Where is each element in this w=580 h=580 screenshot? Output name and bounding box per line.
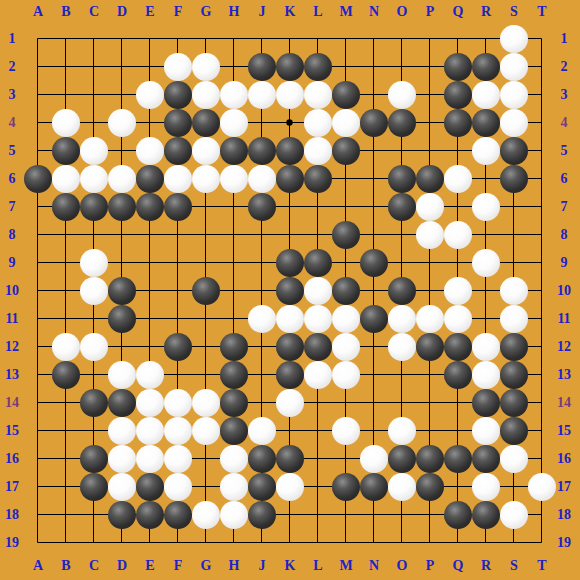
stone-white-M4[interactable] bbox=[332, 109, 360, 137]
stone-black-J16[interactable] bbox=[248, 445, 276, 473]
stone-white-F6[interactable] bbox=[164, 165, 192, 193]
col-label-top-O: O bbox=[397, 5, 408, 19]
row-label-left-18: 18 bbox=[5, 508, 19, 522]
col-label-bottom-N: N bbox=[369, 559, 379, 573]
row-label-right-8: 8 bbox=[561, 228, 568, 242]
row-label-left-14: 14 bbox=[5, 396, 19, 410]
stone-black-O10[interactable] bbox=[388, 277, 416, 305]
stone-white-K14[interactable] bbox=[276, 389, 304, 417]
stone-white-L11[interactable] bbox=[304, 305, 332, 333]
stone-white-H16[interactable] bbox=[220, 445, 248, 473]
row-label-right-7: 7 bbox=[561, 200, 568, 214]
stone-black-F3[interactable] bbox=[164, 81, 192, 109]
stone-black-D14[interactable] bbox=[108, 389, 136, 417]
stone-white-F2[interactable] bbox=[164, 53, 192, 81]
stone-white-B4[interactable] bbox=[52, 109, 80, 137]
col-label-top-F: F bbox=[174, 5, 183, 19]
col-label-top-S: S bbox=[510, 5, 518, 19]
stone-black-K10[interactable] bbox=[276, 277, 304, 305]
row-label-left-11: 11 bbox=[5, 312, 18, 326]
stone-black-D7[interactable] bbox=[108, 193, 136, 221]
col-label-top-M: M bbox=[339, 5, 352, 19]
row-label-left-15: 15 bbox=[5, 424, 19, 438]
stone-white-E13[interactable] bbox=[136, 361, 164, 389]
stone-white-R5[interactable] bbox=[472, 137, 500, 165]
stone-white-Q8[interactable] bbox=[444, 221, 472, 249]
stone-white-P7[interactable] bbox=[416, 193, 444, 221]
row-label-right-11: 11 bbox=[557, 312, 570, 326]
col-label-bottom-E: E bbox=[145, 559, 154, 573]
stone-black-N9[interactable] bbox=[360, 249, 388, 277]
stone-black-F7[interactable] bbox=[164, 193, 192, 221]
stone-white-F15[interactable] bbox=[164, 417, 192, 445]
row-label-right-2: 2 bbox=[561, 60, 568, 74]
stone-white-G18[interactable] bbox=[192, 501, 220, 529]
stone-white-Q10[interactable] bbox=[444, 277, 472, 305]
stone-black-J2[interactable] bbox=[248, 53, 276, 81]
stone-black-E17[interactable] bbox=[136, 473, 164, 501]
stone-black-B7[interactable] bbox=[52, 193, 80, 221]
stone-black-J18[interactable] bbox=[248, 501, 276, 529]
stone-white-S11[interactable] bbox=[500, 305, 528, 333]
stone-black-O4[interactable] bbox=[388, 109, 416, 137]
stone-black-L9[interactable] bbox=[304, 249, 332, 277]
stone-black-H12[interactable] bbox=[220, 333, 248, 361]
stone-white-R15[interactable] bbox=[472, 417, 500, 445]
stone-black-H13[interactable] bbox=[220, 361, 248, 389]
stone-white-M11[interactable] bbox=[332, 305, 360, 333]
stone-white-R13[interactable] bbox=[472, 361, 500, 389]
stone-black-S5[interactable] bbox=[500, 137, 528, 165]
row-label-right-19: 19 bbox=[557, 536, 571, 550]
stone-white-C9[interactable] bbox=[80, 249, 108, 277]
stone-white-S16[interactable] bbox=[500, 445, 528, 473]
row-label-right-6: 6 bbox=[561, 172, 568, 186]
row-label-left-9: 9 bbox=[9, 256, 16, 270]
stone-white-G2[interactable] bbox=[192, 53, 220, 81]
col-label-top-L: L bbox=[313, 5, 322, 19]
stone-white-E3[interactable] bbox=[136, 81, 164, 109]
col-label-top-D: D bbox=[117, 5, 127, 19]
row-label-right-3: 3 bbox=[561, 88, 568, 102]
stone-black-G10[interactable] bbox=[192, 277, 220, 305]
stone-black-Q12[interactable] bbox=[444, 333, 472, 361]
stone-white-M13[interactable] bbox=[332, 361, 360, 389]
col-label-bottom-T: T bbox=[537, 559, 546, 573]
stone-white-D13[interactable] bbox=[108, 361, 136, 389]
row-label-left-6: 6 bbox=[9, 172, 16, 186]
stone-white-O3[interactable] bbox=[388, 81, 416, 109]
row-label-right-5: 5 bbox=[561, 144, 568, 158]
stone-white-D6[interactable] bbox=[108, 165, 136, 193]
stone-black-N17[interactable] bbox=[360, 473, 388, 501]
stone-black-F18[interactable] bbox=[164, 501, 192, 529]
stone-black-Q18[interactable] bbox=[444, 501, 472, 529]
stone-white-E16[interactable] bbox=[136, 445, 164, 473]
stone-black-O7[interactable] bbox=[388, 193, 416, 221]
row-label-left-16: 16 bbox=[5, 452, 19, 466]
stone-black-Q2[interactable] bbox=[444, 53, 472, 81]
col-label-top-K: K bbox=[285, 5, 296, 19]
stone-black-S6[interactable] bbox=[500, 165, 528, 193]
stone-black-N4[interactable] bbox=[360, 109, 388, 137]
stone-black-P12[interactable] bbox=[416, 333, 444, 361]
stone-white-L13[interactable] bbox=[304, 361, 332, 389]
stone-white-Q11[interactable] bbox=[444, 305, 472, 333]
col-label-bottom-A: A bbox=[33, 559, 43, 573]
stone-black-A6[interactable] bbox=[24, 165, 52, 193]
stone-white-P8[interactable] bbox=[416, 221, 444, 249]
stone-white-H17[interactable] bbox=[220, 473, 248, 501]
stone-white-L4[interactable] bbox=[304, 109, 332, 137]
stone-white-J6[interactable] bbox=[248, 165, 276, 193]
stone-white-S4[interactable] bbox=[500, 109, 528, 137]
stone-black-N11[interactable] bbox=[360, 305, 388, 333]
stone-black-D10[interactable] bbox=[108, 277, 136, 305]
row-label-left-5: 5 bbox=[9, 144, 16, 158]
stone-black-O6[interactable] bbox=[388, 165, 416, 193]
stone-white-J11[interactable] bbox=[248, 305, 276, 333]
stone-white-P11[interactable] bbox=[416, 305, 444, 333]
stone-white-R17[interactable] bbox=[472, 473, 500, 501]
col-label-top-C: C bbox=[89, 5, 99, 19]
stone-white-G3[interactable] bbox=[192, 81, 220, 109]
col-label-top-Q: Q bbox=[453, 5, 464, 19]
stone-black-S13[interactable] bbox=[500, 361, 528, 389]
row-label-right-18: 18 bbox=[557, 508, 571, 522]
stone-white-B6[interactable] bbox=[52, 165, 80, 193]
col-label-bottom-H: H bbox=[229, 559, 240, 573]
stone-white-F17[interactable] bbox=[164, 473, 192, 501]
stone-black-D18[interactable] bbox=[108, 501, 136, 529]
stone-black-R14[interactable] bbox=[472, 389, 500, 417]
row-label-left-19: 19 bbox=[5, 536, 19, 550]
col-label-bottom-O: O bbox=[397, 559, 408, 573]
stone-black-H15[interactable] bbox=[220, 417, 248, 445]
stone-white-D4[interactable] bbox=[108, 109, 136, 137]
stone-white-E15[interactable] bbox=[136, 417, 164, 445]
row-label-right-10: 10 bbox=[557, 284, 571, 298]
stone-black-M10[interactable] bbox=[332, 277, 360, 305]
stone-white-L5[interactable] bbox=[304, 137, 332, 165]
col-label-bottom-G: G bbox=[201, 559, 212, 573]
stone-white-H18[interactable] bbox=[220, 501, 248, 529]
col-label-top-A: A bbox=[33, 5, 43, 19]
stone-black-R4[interactable] bbox=[472, 109, 500, 137]
stone-white-C6[interactable] bbox=[80, 165, 108, 193]
stone-black-R2[interactable] bbox=[472, 53, 500, 81]
stone-white-L10[interactable] bbox=[304, 277, 332, 305]
stone-black-D11[interactable] bbox=[108, 305, 136, 333]
stone-white-E14[interactable] bbox=[136, 389, 164, 417]
row-label-left-13: 13 bbox=[5, 368, 19, 382]
stone-white-T17[interactable] bbox=[528, 473, 556, 501]
col-label-top-N: N bbox=[369, 5, 379, 19]
stone-black-B5[interactable] bbox=[52, 137, 80, 165]
stone-black-P17[interactable] bbox=[416, 473, 444, 501]
col-label-bottom-C: C bbox=[89, 559, 99, 573]
stone-black-H14[interactable] bbox=[220, 389, 248, 417]
row-label-left-12: 12 bbox=[5, 340, 19, 354]
stone-white-S18[interactable] bbox=[500, 501, 528, 529]
stone-white-F14[interactable] bbox=[164, 389, 192, 417]
col-label-bottom-P: P bbox=[426, 559, 435, 573]
col-label-bottom-R: R bbox=[481, 559, 491, 573]
stone-white-J15[interactable] bbox=[248, 417, 276, 445]
row-label-left-3: 3 bbox=[9, 88, 16, 102]
stone-black-M3[interactable] bbox=[332, 81, 360, 109]
stone-white-S10[interactable] bbox=[500, 277, 528, 305]
stone-white-R12[interactable] bbox=[472, 333, 500, 361]
stone-white-G14[interactable] bbox=[192, 389, 220, 417]
row-label-right-17: 17 bbox=[557, 480, 571, 494]
col-label-top-E: E bbox=[145, 5, 154, 19]
stone-black-P6[interactable] bbox=[416, 165, 444, 193]
stone-black-F4[interactable] bbox=[164, 109, 192, 137]
stone-white-D15[interactable] bbox=[108, 417, 136, 445]
col-label-top-P: P bbox=[426, 5, 435, 19]
stone-white-D16[interactable] bbox=[108, 445, 136, 473]
col-label-top-R: R bbox=[481, 5, 491, 19]
col-label-top-J: J bbox=[259, 5, 266, 19]
stone-white-O15[interactable] bbox=[388, 417, 416, 445]
stone-black-Q4[interactable] bbox=[444, 109, 472, 137]
stone-black-M8[interactable] bbox=[332, 221, 360, 249]
stone-black-J7[interactable] bbox=[248, 193, 276, 221]
stone-white-S3[interactable] bbox=[500, 81, 528, 109]
stone-white-O11[interactable] bbox=[388, 305, 416, 333]
stone-white-E5[interactable] bbox=[136, 137, 164, 165]
stone-black-S15[interactable] bbox=[500, 417, 528, 445]
stone-white-G15[interactable] bbox=[192, 417, 220, 445]
col-label-top-H: H bbox=[229, 5, 240, 19]
stone-white-F16[interactable] bbox=[164, 445, 192, 473]
stone-white-G6[interactable] bbox=[192, 165, 220, 193]
col-label-bottom-D: D bbox=[117, 559, 127, 573]
stone-black-H5[interactable] bbox=[220, 137, 248, 165]
stone-white-Q6[interactable] bbox=[444, 165, 472, 193]
stone-white-H3[interactable] bbox=[220, 81, 248, 109]
stone-black-C17[interactable] bbox=[80, 473, 108, 501]
row-label-left-8: 8 bbox=[9, 228, 16, 242]
stone-black-E7[interactable] bbox=[136, 193, 164, 221]
stone-black-M17[interactable] bbox=[332, 473, 360, 501]
stone-white-R7[interactable] bbox=[472, 193, 500, 221]
col-label-top-T: T bbox=[537, 5, 546, 19]
stone-black-F12[interactable] bbox=[164, 333, 192, 361]
stone-white-S2[interactable] bbox=[500, 53, 528, 81]
row-label-left-2: 2 bbox=[9, 60, 16, 74]
stone-black-O16[interactable] bbox=[388, 445, 416, 473]
stone-black-K13[interactable] bbox=[276, 361, 304, 389]
stone-white-M15[interactable] bbox=[332, 417, 360, 445]
stone-white-K11[interactable] bbox=[276, 305, 304, 333]
stone-black-J17[interactable] bbox=[248, 473, 276, 501]
row-label-right-13: 13 bbox=[557, 368, 571, 382]
row-label-left-1: 1 bbox=[9, 32, 16, 46]
row-label-right-15: 15 bbox=[557, 424, 571, 438]
col-label-bottom-F: F bbox=[174, 559, 183, 573]
stone-black-C16[interactable] bbox=[80, 445, 108, 473]
stone-black-L6[interactable] bbox=[304, 165, 332, 193]
stone-white-J3[interactable] bbox=[248, 81, 276, 109]
stone-black-S14[interactable] bbox=[500, 389, 528, 417]
stone-white-K3[interactable] bbox=[276, 81, 304, 109]
stone-black-E18[interactable] bbox=[136, 501, 164, 529]
col-label-bottom-Q: Q bbox=[453, 559, 464, 573]
col-label-top-G: G bbox=[201, 5, 212, 19]
row-label-left-4: 4 bbox=[9, 116, 16, 130]
col-label-bottom-J: J bbox=[259, 559, 266, 573]
stone-black-Q16[interactable] bbox=[444, 445, 472, 473]
stone-black-Q13[interactable] bbox=[444, 361, 472, 389]
stone-black-R18[interactable] bbox=[472, 501, 500, 529]
stone-black-K2[interactable] bbox=[276, 53, 304, 81]
stone-black-R16[interactable] bbox=[472, 445, 500, 473]
stone-white-G5[interactable] bbox=[192, 137, 220, 165]
stone-black-L2[interactable] bbox=[304, 53, 332, 81]
stone-black-L12[interactable] bbox=[304, 333, 332, 361]
col-label-bottom-S: S bbox=[510, 559, 518, 573]
stone-black-K5[interactable] bbox=[276, 137, 304, 165]
stone-black-F5[interactable] bbox=[164, 137, 192, 165]
stone-white-S1[interactable] bbox=[500, 25, 528, 53]
stone-black-K9[interactable] bbox=[276, 249, 304, 277]
col-label-bottom-M: M bbox=[339, 559, 352, 573]
stone-white-H6[interactable] bbox=[220, 165, 248, 193]
stone-black-K12[interactable] bbox=[276, 333, 304, 361]
stone-white-N16[interactable] bbox=[360, 445, 388, 473]
stone-black-B13[interactable] bbox=[52, 361, 80, 389]
row-label-left-10: 10 bbox=[5, 284, 19, 298]
stone-white-B12[interactable] bbox=[52, 333, 80, 361]
stone-white-O17[interactable] bbox=[388, 473, 416, 501]
stone-white-D17[interactable] bbox=[108, 473, 136, 501]
col-label-bottom-L: L bbox=[313, 559, 322, 573]
stone-black-G4[interactable] bbox=[192, 109, 220, 137]
row-label-left-7: 7 bbox=[9, 200, 16, 214]
stone-black-P16[interactable] bbox=[416, 445, 444, 473]
row-label-right-14: 14 bbox=[557, 396, 571, 410]
row-label-right-1: 1 bbox=[561, 32, 568, 46]
row-label-right-4: 4 bbox=[561, 116, 568, 130]
stone-white-H4[interactable] bbox=[220, 109, 248, 137]
stone-black-S12[interactable] bbox=[500, 333, 528, 361]
row-label-left-17: 17 bbox=[5, 480, 19, 494]
stone-white-R3[interactable] bbox=[472, 81, 500, 109]
stone-white-C12[interactable] bbox=[80, 333, 108, 361]
stone-black-K16[interactable] bbox=[276, 445, 304, 473]
stone-white-K17[interactable] bbox=[276, 473, 304, 501]
row-label-right-12: 12 bbox=[557, 340, 571, 354]
stone-black-J5[interactable] bbox=[248, 137, 276, 165]
stone-white-L3[interactable] bbox=[304, 81, 332, 109]
stone-white-C10[interactable] bbox=[80, 277, 108, 305]
stone-black-K6[interactable] bbox=[276, 165, 304, 193]
stone-black-C7[interactable] bbox=[80, 193, 108, 221]
stone-white-O12[interactable] bbox=[388, 333, 416, 361]
col-label-top-B: B bbox=[61, 5, 70, 19]
col-label-bottom-K: K bbox=[285, 559, 296, 573]
stone-white-M12[interactable] bbox=[332, 333, 360, 361]
row-label-right-9: 9 bbox=[561, 256, 568, 270]
stone-white-C5[interactable] bbox=[80, 137, 108, 165]
row-label-right-16: 16 bbox=[557, 452, 571, 466]
stone-black-Q3[interactable] bbox=[444, 81, 472, 109]
stone-black-E6[interactable] bbox=[136, 165, 164, 193]
stone-black-M5[interactable] bbox=[332, 137, 360, 165]
go-board[interactable]: AABBCCDDEEFFGGHHJJKKLLMMNNOOPPQQRRSSTT11… bbox=[0, 0, 580, 580]
col-label-bottom-B: B bbox=[61, 559, 70, 573]
stone-white-R9[interactable] bbox=[472, 249, 500, 277]
stone-black-C14[interactable] bbox=[80, 389, 108, 417]
